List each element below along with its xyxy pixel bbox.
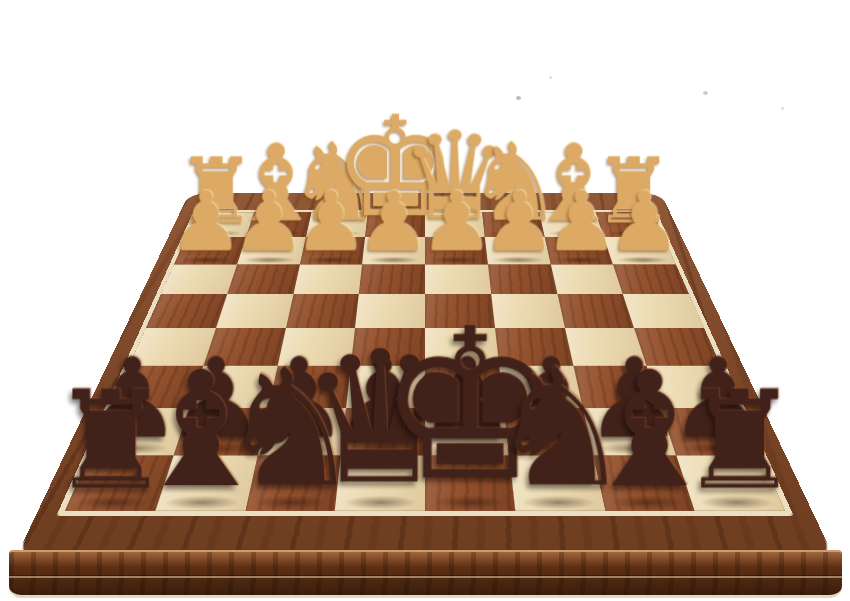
- square-a4[interactable]: [623, 294, 704, 328]
- board-border: ♜♝♞♚♛♞♝♜♟♟♟♟♟♟♟♟♟♟♟♟♟♟♟♟♜♝♞♛♚♞♝♜: [56, 210, 793, 515]
- board-fold-seam: [9, 576, 842, 578]
- square-h4[interactable]: [146, 294, 227, 328]
- photo-speck: [781, 107, 784, 110]
- board-grid: ♜♝♞♚♛♞♝♜♟♟♟♟♟♟♟♟♟♟♟♟♟♟♟♟♜♝♞♛♚♞♝♜: [65, 212, 785, 510]
- square-b2[interactable]: ♟: [544, 237, 613, 264]
- piece-wp-a2[interactable]: ♟: [607, 181, 681, 264]
- square-d2[interactable]: ♟: [425, 237, 488, 264]
- piece-br-a8[interactable]: ♜: [678, 373, 800, 510]
- board-perspective: ♜♝♞♚♛♞♝♜♟♟♟♟♟♟♟♟♟♟♟♟♟♟♟♟♜♝♞♛♚♞♝♜: [125, 28, 725, 601]
- square-c2[interactable]: ♟: [485, 237, 551, 264]
- square-f2[interactable]: ♟: [300, 237, 366, 264]
- square-a3[interactable]: [613, 264, 689, 294]
- chessboard-photo: ♜♝♞♚♛♞♝♜♟♟♟♟♟♟♟♟♟♟♟♟♟♟♟♟♜♝♞♛♚♞♝♜: [0, 0, 850, 601]
- square-a2[interactable]: ♟: [604, 237, 676, 264]
- square-f3[interactable]: [293, 264, 362, 294]
- square-g3[interactable]: [227, 264, 300, 294]
- square-b4[interactable]: [557, 294, 634, 328]
- square-g4[interactable]: [216, 294, 293, 328]
- board-front-edge: [9, 550, 842, 598]
- square-e2[interactable]: ♟: [362, 237, 425, 264]
- chess-board: ♜♝♞♚♛♞♝♜♟♟♟♟♟♟♟♟♟♟♟♟♟♟♟♟♜♝♞♛♚♞♝♜: [12, 193, 837, 565]
- square-a8[interactable]: ♜: [677, 456, 785, 511]
- square-h3[interactable]: [161, 264, 237, 294]
